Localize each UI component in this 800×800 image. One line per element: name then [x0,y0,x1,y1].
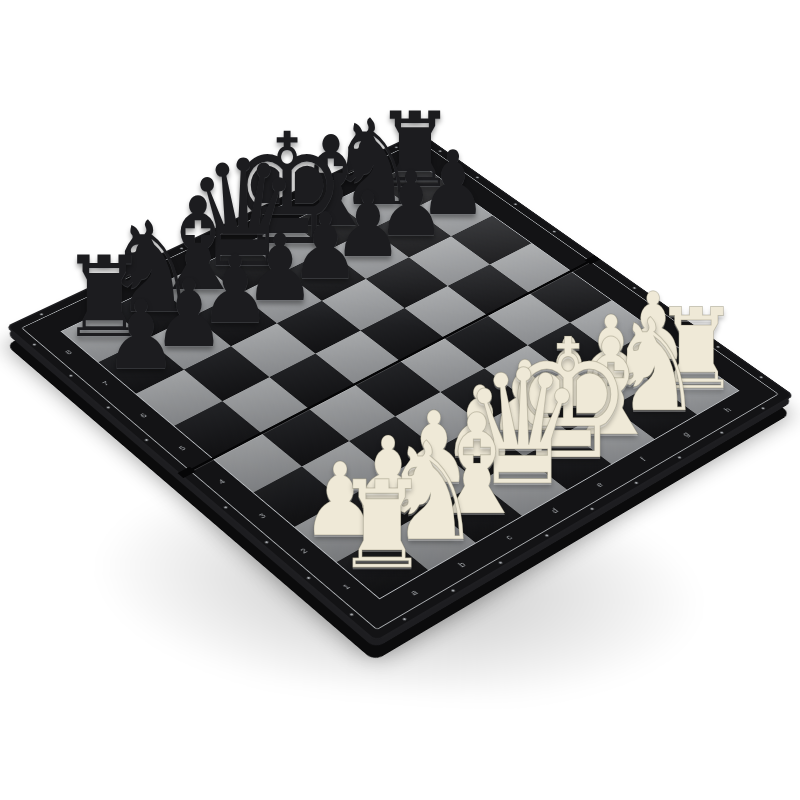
board-top-surface: 87654321 abcdefgh [6,132,795,642]
square-a5 [174,401,261,459]
magnet-dot [264,541,269,544]
rank-label-8: 8 [64,349,74,356]
square-b6 [184,346,269,401]
magnet-dot [632,287,636,290]
square-b2 [343,474,432,535]
rank-label-4: 4 [216,478,227,486]
magnet-dot [349,613,354,616]
magnet-dot [590,507,594,510]
photo-stage: 87654321 abcdefgh ♜♞♝♛♚♝♞♜♟♟♟♟♟♟♟♟♟♟♟♟♟♟… [0,0,800,800]
magnet-dot [180,247,184,249]
rank-label-3: 3 [257,512,268,520]
square-c3 [349,416,436,474]
magnet-dot [394,146,398,148]
square-b4 [262,409,349,467]
square-d3 [395,392,481,449]
rank-label-1: 1 [341,582,353,591]
file-label-a: a [408,588,420,597]
magnet-dot [353,166,357,168]
file-label-c: c [504,533,515,541]
rank-label-2: 2 [298,547,309,555]
file-label-f: f [639,456,648,463]
magnet-dot [552,230,556,232]
square-a7 [99,339,184,394]
square-a4 [213,433,301,492]
square-d1 [479,456,567,515]
magnet-dot [761,407,765,410]
scene: 87654321 abcdefgh [0,0,800,800]
square-c1 [432,482,521,543]
file-label-b: b [456,560,468,568]
file-label-d: d [549,507,560,515]
magnet-dot [451,589,456,592]
square-a6 [136,370,222,426]
magnet-dot [311,185,315,187]
magnet-dot [716,346,720,349]
magnet-dot [674,316,678,319]
file-label-e: e [594,481,605,489]
file-label-h: h [722,406,733,413]
magnet-dot [720,431,724,434]
chess-board: 87654321 abcdefgh [6,132,795,642]
square-e3 [440,368,525,423]
magnet-dot [183,472,187,475]
magnet-dot [759,376,763,379]
magnet-dot [134,269,138,272]
square-b5 [222,377,308,433]
rank-label-7: 7 [100,380,111,387]
square-b1 [385,508,475,570]
magnet-dot [306,576,311,579]
square-e1 [524,431,611,489]
file-label-g: g [680,430,691,438]
magnet-dot [268,205,272,207]
square-f1 [568,407,654,464]
square-g1 [611,383,696,439]
square-a2 [295,500,385,562]
square-b3 [302,441,390,500]
magnet-dot [677,456,681,459]
magnet-dot [223,506,228,509]
magnet-dot [69,374,73,377]
magnet-dot [106,406,110,409]
magnet-dot [32,343,36,346]
magnet-dot [224,226,228,228]
board-grid [62,162,738,598]
magnet-dot [634,481,638,484]
square-c2 [390,449,478,508]
magnet-dot [498,561,503,564]
magnet-dot [475,176,479,178]
magnet-dot [144,439,148,442]
rank-label-5: 5 [177,444,188,452]
square-d4 [355,361,440,416]
magnet-dot [87,291,91,294]
magnet-dot [438,150,442,152]
square-a3 [254,466,343,526]
square-a1 [337,535,429,599]
magnet-dot [402,617,407,620]
magnet-dot [39,313,43,316]
square-e2 [482,400,568,457]
magnet-dot [513,203,517,205]
square-c5 [269,354,354,409]
square-d2 [436,424,523,482]
magnet-dot [545,534,550,537]
square-f2 [526,376,611,432]
square-c4 [309,385,395,441]
rank-label-6: 6 [138,412,149,420]
